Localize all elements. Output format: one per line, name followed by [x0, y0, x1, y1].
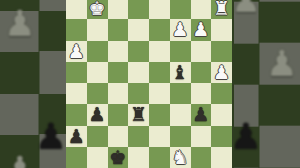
square-a7[interactable] [66, 19, 87, 40]
square-a8[interactable] [66, 0, 87, 19]
chess-board[interactable]: ♚♜♟♟♟♝♟♟♜♟♟♚♞ [66, 0, 232, 168]
square-h5[interactable]: ♟ [211, 62, 232, 83]
square-b4[interactable] [87, 83, 108, 104]
square-f5[interactable]: ♝ [170, 62, 191, 83]
square-d6[interactable] [128, 41, 149, 62]
black-pawn-g3[interactable]: ♟ [192, 105, 209, 124]
square-e7[interactable] [149, 19, 170, 40]
square-g1[interactable] [191, 147, 212, 168]
square-b3[interactable]: ♟ [87, 104, 108, 125]
white-pawn-a6[interactable]: ♟ [68, 41, 85, 60]
square-e5[interactable] [149, 62, 170, 83]
square-g5[interactable] [191, 62, 212, 83]
square-h1[interactable] [211, 147, 232, 168]
square-h8[interactable]: ♜ [211, 0, 232, 19]
square-g4[interactable] [191, 83, 212, 104]
square-e2[interactable] [149, 126, 170, 147]
backdrop-gray-pawn: ♟ [234, 0, 264, 17]
square-a5[interactable] [66, 62, 87, 83]
video-frame: ♟♟♟ ♟♟♟ ♚♜♟♟♟♝♟♟♜♟♟♚♞ [0, 0, 300, 168]
square-g3[interactable]: ♟ [191, 104, 212, 125]
square-g7[interactable]: ♟ [191, 19, 212, 40]
square-a2[interactable]: ♟ [66, 126, 87, 147]
square-f3[interactable] [170, 104, 191, 125]
square-a3[interactable] [66, 104, 87, 125]
square-c4[interactable] [108, 83, 129, 104]
square-a6[interactable]: ♟ [66, 41, 87, 62]
white-rook-h8[interactable]: ♜ [213, 0, 230, 18]
square-e6[interactable] [149, 41, 170, 62]
backdrop-black-pawn: ♟ [33, 119, 66, 155]
backdrop-gray-pawn: ♟ [264, 46, 300, 82]
square-d1[interactable] [128, 147, 149, 168]
white-knight-f1[interactable]: ♞ [172, 147, 189, 166]
square-f8[interactable] [170, 0, 191, 19]
square-f7[interactable]: ♟ [170, 19, 191, 40]
white-pawn-g7[interactable]: ♟ [192, 20, 209, 39]
square-f4[interactable] [170, 83, 191, 104]
square-a1[interactable] [66, 147, 87, 168]
square-c3[interactable] [108, 104, 129, 125]
square-h2[interactable] [211, 126, 232, 147]
square-c5[interactable] [108, 62, 129, 83]
square-c8[interactable] [108, 0, 129, 19]
square-d7[interactable] [128, 19, 149, 40]
black-king-c1[interactable]: ♚ [109, 147, 126, 166]
square-c7[interactable] [108, 19, 129, 40]
square-d8[interactable] [128, 0, 149, 19]
square-f1[interactable]: ♞ [170, 147, 191, 168]
square-d4[interactable] [128, 83, 149, 104]
square-b5[interactable] [87, 62, 108, 83]
white-pawn-h5[interactable]: ♟ [213, 62, 230, 81]
square-f6[interactable] [170, 41, 191, 62]
black-rook-d3[interactable]: ♜ [130, 105, 147, 124]
square-c1[interactable]: ♚ [108, 147, 129, 168]
square-c2[interactable] [108, 126, 129, 147]
square-g8[interactable] [191, 0, 212, 19]
square-h6[interactable] [211, 41, 232, 62]
square-b1[interactable] [87, 147, 108, 168]
square-h3[interactable] [211, 104, 232, 125]
square-d3[interactable]: ♜ [128, 104, 149, 125]
square-b8[interactable]: ♚ [87, 0, 108, 19]
square-a4[interactable] [66, 83, 87, 104]
square-e8[interactable] [149, 0, 170, 19]
backdrop-black-pawn: ♟ [234, 119, 264, 155]
square-h7[interactable] [211, 19, 232, 40]
white-pawn-f7[interactable]: ♟ [172, 20, 189, 39]
square-c6[interactable] [108, 41, 129, 62]
square-e4[interactable] [149, 83, 170, 104]
backdrop-gray-pawn: ♟ [2, 6, 38, 42]
white-king-b8[interactable]: ♚ [89, 0, 106, 18]
square-e1[interactable] [149, 147, 170, 168]
black-pawn-a2[interactable]: ♟ [68, 126, 85, 145]
backdrop-left-bar: ♟♟♟ [0, 0, 66, 168]
square-g2[interactable] [191, 126, 212, 147]
square-d2[interactable] [128, 126, 149, 147]
square-b6[interactable] [87, 41, 108, 62]
square-g6[interactable] [191, 41, 212, 62]
square-e3[interactable] [149, 104, 170, 125]
backdrop-gray-pawn: ♟ [2, 152, 38, 168]
square-b7[interactable] [87, 19, 108, 40]
black-bishop-f5[interactable]: ♝ [172, 62, 189, 81]
square-d5[interactable] [128, 62, 149, 83]
backdrop-right-bar: ♟♟♟ [234, 0, 300, 168]
black-pawn-b3[interactable]: ♟ [89, 105, 106, 124]
square-b2[interactable] [87, 126, 108, 147]
square-h4[interactable] [211, 83, 232, 104]
square-f2[interactable] [170, 126, 191, 147]
